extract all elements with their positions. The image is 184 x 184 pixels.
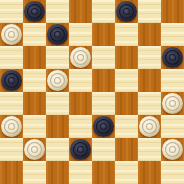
square-f7 (115, 23, 138, 46)
white-man-a7[interactable] (1, 24, 22, 45)
white-man-c5[interactable] (47, 70, 68, 91)
square-h2[interactable] (161, 138, 184, 161)
square-a3[interactable] (0, 115, 23, 138)
square-a7[interactable] (0, 23, 23, 46)
square-g3[interactable] (138, 115, 161, 138)
white-man-h2[interactable] (162, 139, 183, 160)
black-man-d2[interactable] (70, 139, 91, 160)
square-f5 (115, 69, 138, 92)
square-b1 (23, 161, 46, 184)
square-c7[interactable] (46, 23, 69, 46)
square-a4 (0, 92, 23, 115)
square-b6[interactable] (23, 46, 46, 69)
square-e4 (92, 92, 115, 115)
square-h5 (161, 69, 184, 92)
square-d1 (69, 161, 92, 184)
white-man-a3[interactable] (1, 116, 22, 137)
checkers-board (0, 0, 184, 184)
square-d4[interactable] (69, 92, 92, 115)
square-b2[interactable] (23, 138, 46, 161)
square-c6 (46, 46, 69, 69)
white-man-d6[interactable] (70, 47, 91, 68)
square-b3 (23, 115, 46, 138)
square-e5[interactable] (92, 69, 115, 92)
square-c4 (46, 92, 69, 115)
square-h1 (161, 161, 184, 184)
square-h8[interactable] (161, 0, 184, 23)
square-e3[interactable] (92, 115, 115, 138)
black-man-a5[interactable] (1, 70, 22, 91)
square-f6[interactable] (115, 46, 138, 69)
square-g7[interactable] (138, 23, 161, 46)
black-man-f8[interactable] (116, 1, 137, 22)
square-h3 (161, 115, 184, 138)
square-b5 (23, 69, 46, 92)
square-c2 (46, 138, 69, 161)
square-d8[interactable] (69, 0, 92, 23)
black-man-b8[interactable] (24, 1, 45, 22)
square-e8 (92, 0, 115, 23)
square-e7[interactable] (92, 23, 115, 46)
square-f1 (115, 161, 138, 184)
white-man-b2[interactable] (24, 139, 45, 160)
square-b4[interactable] (23, 92, 46, 115)
square-c8 (46, 0, 69, 23)
square-e6 (92, 46, 115, 69)
square-g4 (138, 92, 161, 115)
square-d2[interactable] (69, 138, 92, 161)
square-a6 (0, 46, 23, 69)
square-g5[interactable] (138, 69, 161, 92)
square-d6[interactable] (69, 46, 92, 69)
square-g6 (138, 46, 161, 69)
square-h7 (161, 23, 184, 46)
square-a1[interactable] (0, 161, 23, 184)
square-f3 (115, 115, 138, 138)
square-b7 (23, 23, 46, 46)
square-h6[interactable] (161, 46, 184, 69)
black-man-e3[interactable] (93, 116, 114, 137)
square-f2[interactable] (115, 138, 138, 161)
square-d7 (69, 23, 92, 46)
square-d5 (69, 69, 92, 92)
square-b8[interactable] (23, 0, 46, 23)
square-a8 (0, 0, 23, 23)
square-c5[interactable] (46, 69, 69, 92)
square-g1[interactable] (138, 161, 161, 184)
square-e2 (92, 138, 115, 161)
square-d3 (69, 115, 92, 138)
square-c1[interactable] (46, 161, 69, 184)
square-f4[interactable] (115, 92, 138, 115)
white-man-g3[interactable] (139, 116, 160, 137)
square-g8 (138, 0, 161, 23)
square-a5[interactable] (0, 69, 23, 92)
square-g2 (138, 138, 161, 161)
square-e1[interactable] (92, 161, 115, 184)
square-f8[interactable] (115, 0, 138, 23)
black-man-c7[interactable] (47, 24, 68, 45)
white-man-h4[interactable] (162, 93, 183, 114)
black-man-h6[interactable] (162, 47, 183, 68)
square-h4[interactable] (161, 92, 184, 115)
square-c3[interactable] (46, 115, 69, 138)
square-a2 (0, 138, 23, 161)
